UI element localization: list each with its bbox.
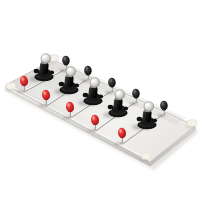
terminal-base [44,104,49,106]
board-foot [141,153,150,159]
cap-highlight [110,79,112,83]
scene-svg [0,0,202,224]
bulb [90,78,100,88]
cap-highlight [120,129,122,132]
cap-highlight [64,57,66,61]
side-terminal [108,105,113,110]
cap-highlight [134,90,136,94]
terminal-base [22,90,27,92]
product-photo [0,0,202,224]
cap-highlight [22,77,24,80]
bulb-highlight [117,92,120,94]
terminal-base [120,142,125,144]
side-terminal [83,93,88,98]
side-terminal [153,119,158,123]
bulb-highlight [43,56,46,58]
bulb-highlight [68,69,71,71]
side-terminal [50,71,55,75]
cap-highlight [86,67,88,71]
bulb [41,54,51,64]
side-terminal [99,95,104,99]
terminal-base [162,114,167,116]
side-terminal [137,117,142,122]
side-terminal [75,84,80,88]
terminal-base [93,129,98,131]
bulb [66,67,76,77]
bulb [144,102,154,112]
cap-highlight [68,103,70,106]
side-terminal [124,107,129,111]
terminal-base [134,102,139,104]
bulb [115,90,125,100]
terminal-base [86,79,91,81]
terminal-base [68,116,73,118]
bulb-highlight [146,104,149,106]
cap-highlight [162,102,164,106]
side-terminal [34,69,39,74]
cap-highlight [44,91,46,94]
acrylic-board [6,60,195,166]
terminal-base [110,91,115,93]
bulb-highlight [92,80,95,82]
terminal-cap [62,55,71,65]
board-foot [6,83,15,89]
board-foot [187,120,196,126]
side-terminal [59,82,64,87]
cap-highlight [93,116,95,119]
